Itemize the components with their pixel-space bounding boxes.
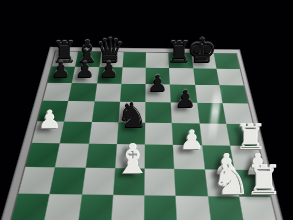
square-c5[interactable] (91, 102, 119, 122)
piece-white-rook-h1[interactable]: ♜ (245, 160, 282, 201)
piece-black-pawn-e6[interactable]: ♟ (148, 72, 168, 94)
piece-black-pawn-f5[interactable]: ♟ (175, 88, 196, 112)
square-b4[interactable] (60, 121, 91, 143)
square-f2[interactable] (174, 169, 207, 196)
square-f1[interactable] (176, 196, 211, 220)
square-e5[interactable] (145, 102, 172, 122)
square-h7[interactable] (216, 69, 243, 86)
piece-black-knight-d4[interactable]: ♞ (117, 98, 148, 133)
square-b6[interactable] (68, 83, 96, 101)
chess-scene: ♜♝♛♜♚♟♟♟♟♟♟♞♟♜♝♟♟♞♜ (0, 0, 293, 220)
square-g7[interactable] (193, 68, 219, 85)
square-d1[interactable] (111, 195, 145, 220)
piece-white-knight-g1[interactable]: ♞ (211, 158, 250, 201)
piece-black-pawn-a7[interactable]: ♟ (52, 58, 71, 80)
square-a6[interactable] (43, 83, 72, 101)
piece-white-pawn-f3[interactable]: ♟ (179, 127, 203, 154)
square-e1[interactable] (144, 195, 177, 220)
piece-black-pawn-c7[interactable]: ♟ (100, 58, 119, 80)
piece-black-pawn-b7[interactable]: ♟ (76, 58, 95, 80)
square-h6[interactable] (219, 85, 248, 103)
square-b5[interactable] (64, 101, 94, 121)
piece-white-bishop-d2[interactable]: ♝ (114, 139, 151, 180)
square-c2[interactable] (81, 167, 114, 194)
square-b3[interactable] (55, 143, 88, 168)
piece-black-king-g8[interactable]: ♚ (187, 35, 217, 69)
square-a1[interactable] (11, 193, 50, 220)
square-b2[interactable] (50, 167, 85, 194)
square-h8[interactable] (214, 54, 240, 70)
square-c1[interactable] (77, 194, 113, 220)
square-d8[interactable] (122, 52, 146, 68)
square-c3[interactable] (85, 143, 117, 168)
square-b1[interactable] (44, 194, 81, 220)
piece-white-pawn-a4[interactable]: ♟ (38, 106, 61, 131)
